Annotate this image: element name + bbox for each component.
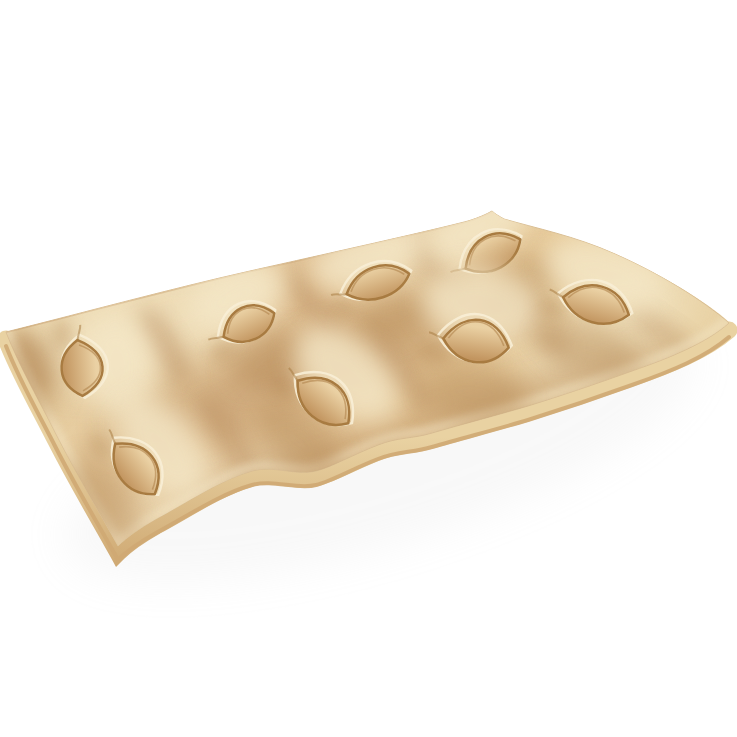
practice-pad-illustration: [0, 0, 737, 737]
product-photo-canvas: [0, 0, 737, 737]
